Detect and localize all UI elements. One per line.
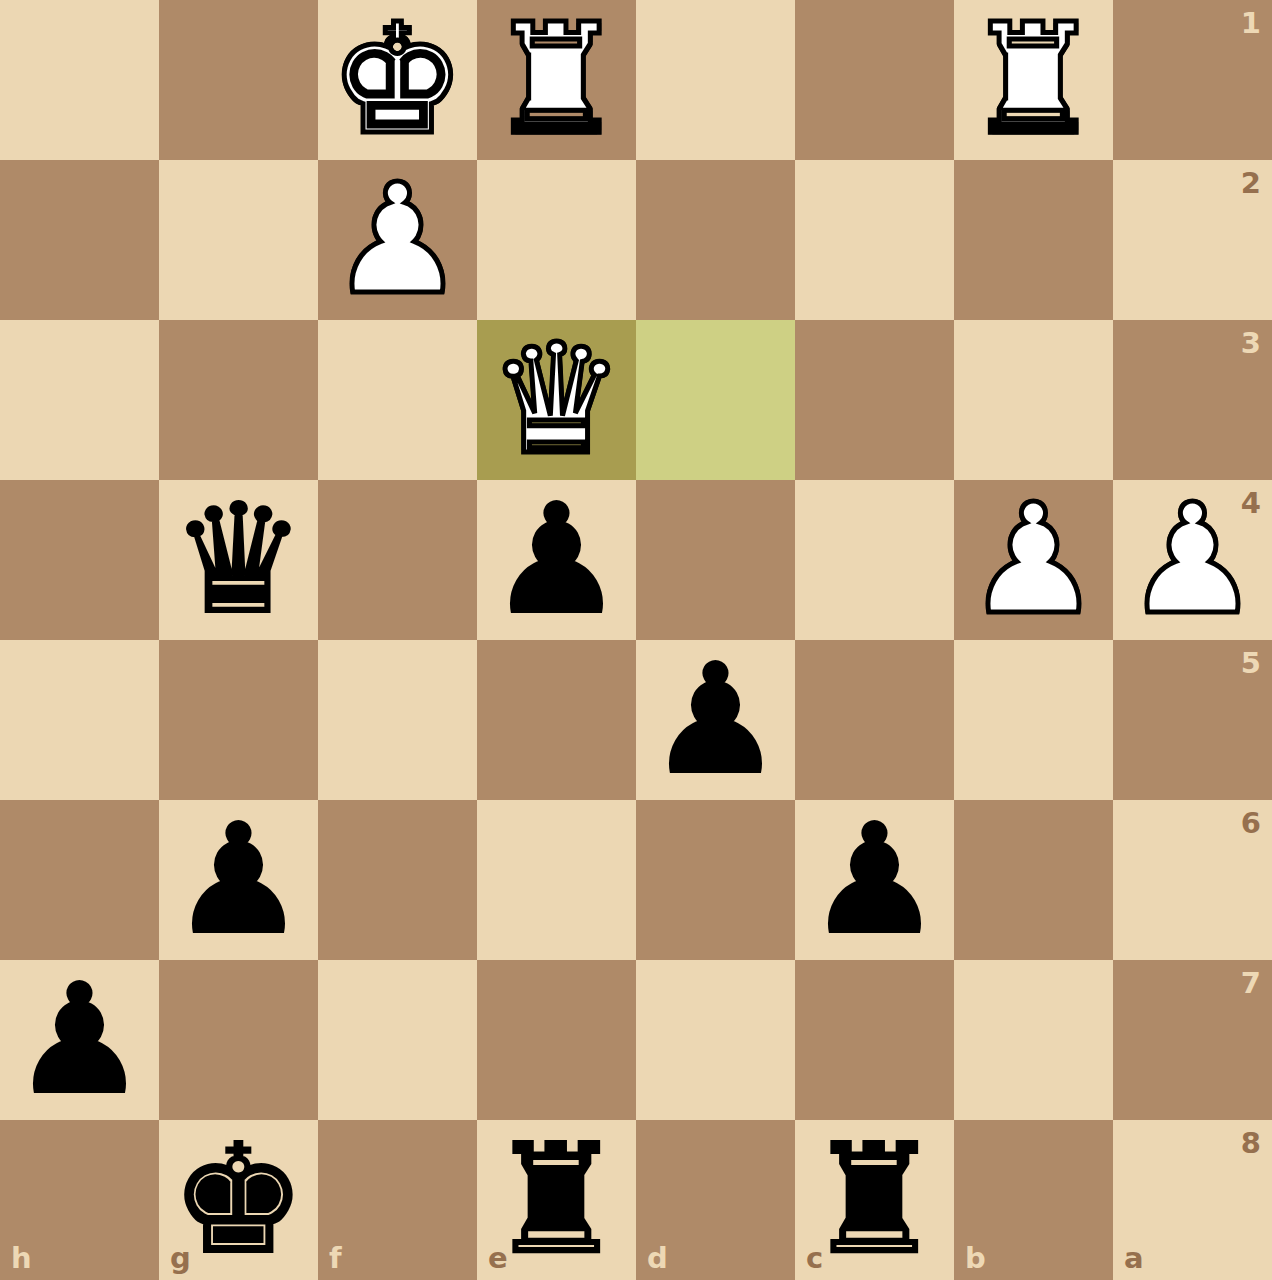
square-f7[interactable] [318,960,477,1120]
square-h3[interactable] [0,320,159,480]
square-c1[interactable] [795,0,954,160]
square-e7[interactable] [477,960,636,1120]
square-c8[interactable]: ♜c [795,1120,954,1280]
square-g6[interactable]: ♟ [159,800,318,960]
square-g1[interactable] [159,0,318,160]
square-c7[interactable] [795,960,954,1120]
square-h8[interactable]: h [0,1120,159,1280]
black-queen[interactable]: ♛ [170,484,306,636]
square-a7[interactable]: 7 [1113,960,1272,1120]
file-label-d: d [647,1244,668,1273]
square-b3[interactable] [954,320,1113,480]
square-e4[interactable]: ♟ [477,480,636,640]
square-d7[interactable] [636,960,795,1120]
white-king[interactable]: ♚ [329,4,465,156]
square-d5[interactable]: ♟ [636,640,795,800]
black-pawn[interactable]: ♟ [647,644,783,796]
square-b5[interactable] [954,640,1113,800]
square-c5[interactable] [795,640,954,800]
black-pawn[interactable]: ♟ [170,804,306,956]
square-e8[interactable]: ♜e [477,1120,636,1280]
square-h5[interactable] [0,640,159,800]
square-d6[interactable] [636,800,795,960]
square-d4[interactable] [636,480,795,640]
square-d1[interactable] [636,0,795,160]
black-rook[interactable]: ♜ [488,1124,624,1276]
square-g4[interactable]: ♛ [159,480,318,640]
square-b7[interactable] [954,960,1113,1120]
square-g5[interactable] [159,640,318,800]
rank-label-5: 5 [1241,649,1261,678]
square-f6[interactable] [318,800,477,960]
square-h1[interactable] [0,0,159,160]
rank-label-2: 2 [1241,169,1261,198]
rank-label-3: 3 [1241,329,1261,358]
square-d2[interactable] [636,160,795,320]
white-rook[interactable]: ♜ [488,4,624,156]
rank-label-6: 6 [1241,809,1261,838]
square-d8[interactable]: d [636,1120,795,1280]
square-f4[interactable] [318,480,477,640]
square-a1[interactable]: 1 [1113,0,1272,160]
square-f3[interactable] [318,320,477,480]
rank-label-4: 4 [1241,489,1261,518]
square-c2[interactable] [795,160,954,320]
file-label-a: a [1124,1244,1144,1273]
white-pawn[interactable]: ♟ [965,484,1101,636]
square-d3[interactable] [636,320,795,480]
square-b1[interactable]: ♜ [954,0,1113,160]
black-rook[interactable]: ♜ [806,1124,942,1276]
white-rook[interactable]: ♜ [965,4,1101,156]
square-a4[interactable]: ♟4 [1113,480,1272,640]
square-g7[interactable] [159,960,318,1120]
black-pawn[interactable]: ♟ [11,964,147,1116]
square-c3[interactable] [795,320,954,480]
white-queen[interactable]: ♛ [488,324,624,476]
square-f2[interactable]: ♟ [318,160,477,320]
square-c4[interactable] [795,480,954,640]
square-g2[interactable] [159,160,318,320]
square-a8[interactable]: 8a [1113,1120,1272,1280]
rank-label-1: 1 [1241,9,1261,38]
file-label-e: e [488,1244,508,1273]
file-label-g: g [170,1244,191,1273]
square-h7[interactable]: ♟ [0,960,159,1120]
square-g8[interactable]: ♚g [159,1120,318,1280]
square-g3[interactable] [159,320,318,480]
square-f8[interactable]: f [318,1120,477,1280]
square-b4[interactable]: ♟ [954,480,1113,640]
file-label-h: h [11,1244,32,1273]
square-h4[interactable] [0,480,159,640]
square-c6[interactable]: ♟ [795,800,954,960]
square-h2[interactable] [0,160,159,320]
file-label-b: b [965,1244,986,1273]
rank-label-7: 7 [1241,969,1261,998]
file-label-f: f [329,1244,342,1273]
square-a5[interactable]: 5 [1113,640,1272,800]
square-b6[interactable] [954,800,1113,960]
square-b8[interactable]: b [954,1120,1113,1280]
file-label-c: c [806,1244,823,1273]
square-f1[interactable]: ♚ [318,0,477,160]
square-e2[interactable] [477,160,636,320]
square-a6[interactable]: 6 [1113,800,1272,960]
square-f5[interactable] [318,640,477,800]
rank-label-8: 8 [1241,1129,1261,1158]
square-b2[interactable] [954,160,1113,320]
square-a3[interactable]: 3 [1113,320,1272,480]
square-e3[interactable]: ♛ [477,320,636,480]
black-pawn[interactable]: ♟ [488,484,624,636]
white-pawn[interactable]: ♟ [329,164,465,316]
black-king[interactable]: ♚ [170,1124,306,1276]
square-a2[interactable]: 2 [1113,160,1272,320]
square-e6[interactable] [477,800,636,960]
square-h6[interactable] [0,800,159,960]
black-pawn[interactable]: ♟ [806,804,942,956]
square-e5[interactable] [477,640,636,800]
square-e1[interactable]: ♜ [477,0,636,160]
chess-board: ♚♜♜1♟2♛3♛♟♟♟4♟5♟♟6♟7h♚gf♜ed♜cb8a [0,0,1272,1280]
